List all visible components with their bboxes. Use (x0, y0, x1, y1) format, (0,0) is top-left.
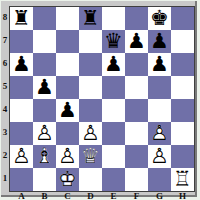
rank-label-2: 2 (1, 144, 9, 167)
board-frame: ♜♜♚♛♟♟♟♟♟♟♟♟♙♟♙♟♙♟♙♝♗♟♙♛♕♟♙♚♔♜♖ 87654321… (1, 1, 197, 197)
piece-black-queen-icon: ♛ (102, 30, 125, 53)
square-f1[interactable] (125, 168, 148, 191)
square-b2[interactable]: ♝♗ (33, 145, 56, 168)
square-f8[interactable] (125, 7, 148, 30)
rank-label-8: 8 (1, 6, 9, 29)
square-c8[interactable] (56, 7, 79, 30)
square-f2[interactable] (125, 145, 148, 168)
file-label-a: A (10, 192, 33, 200)
square-b5[interactable]: ♟ (33, 76, 56, 99)
square-h1[interactable]: ♜♖ (171, 168, 194, 191)
square-e6[interactable]: ♟ (102, 53, 125, 76)
piece-black-pawn-icon: ♟ (56, 99, 79, 122)
square-h6[interactable] (171, 53, 194, 76)
chess-board: ♜♜♚♛♟♟♟♟♟♟♟♟♙♟♙♟♙♟♙♝♗♟♙♛♕♟♙♚♔♜♖ (9, 6, 195, 192)
square-a1[interactable] (10, 168, 33, 191)
piece-white-pawn-fill: ♟ (148, 122, 171, 145)
square-a5[interactable] (10, 76, 33, 99)
square-a8[interactable]: ♜ (10, 7, 33, 30)
rank-label-7: 7 (1, 29, 9, 52)
piece-black-rook-icon: ♜ (10, 7, 33, 30)
square-g5[interactable] (148, 76, 171, 99)
piece-white-pawn-fill: ♟ (10, 145, 33, 168)
piece-white-queen-icon: ♕ (79, 145, 102, 168)
piece-white-pawn-fill: ♟ (79, 122, 102, 145)
piece-white-pawn-icon: ♙ (56, 145, 79, 168)
square-f6[interactable] (125, 53, 148, 76)
square-a6[interactable]: ♟ (10, 53, 33, 76)
piece-black-rook-icon: ♜ (79, 7, 102, 30)
file-label-h: H (171, 192, 194, 200)
square-h4[interactable] (171, 99, 194, 122)
square-g1[interactable] (148, 168, 171, 191)
square-h3[interactable] (171, 122, 194, 145)
square-e1[interactable] (102, 168, 125, 191)
piece-white-king-fill: ♚ (56, 168, 79, 191)
square-a2[interactable]: ♟♙ (10, 145, 33, 168)
rank-label-1: 1 (1, 167, 9, 190)
square-g8[interactable]: ♚ (148, 7, 171, 30)
square-c3[interactable] (56, 122, 79, 145)
file-label-g: G (148, 192, 171, 200)
piece-black-pawn-icon: ♟ (102, 53, 125, 76)
square-h7[interactable] (171, 30, 194, 53)
square-b7[interactable] (33, 30, 56, 53)
square-e7[interactable]: ♛ (102, 30, 125, 53)
square-g2[interactable]: ♟♙ (148, 145, 171, 168)
piece-white-bishop-fill: ♝ (33, 145, 56, 168)
square-c5[interactable] (56, 76, 79, 99)
square-a7[interactable] (10, 30, 33, 53)
square-e5[interactable] (102, 76, 125, 99)
square-c6[interactable] (56, 53, 79, 76)
piece-white-bishop-icon: ♗ (33, 145, 56, 168)
piece-white-pawn-fill: ♟ (148, 145, 171, 168)
square-f4[interactable] (125, 99, 148, 122)
piece-black-pawn-icon: ♟ (33, 76, 56, 99)
square-e3[interactable] (102, 122, 125, 145)
piece-black-pawn-icon: ♟ (148, 53, 171, 76)
piece-black-pawn-icon: ♟ (10, 53, 33, 76)
square-g4[interactable] (148, 99, 171, 122)
file-label-c: C (56, 192, 79, 200)
rank-label-6: 6 (1, 52, 9, 75)
square-c4[interactable]: ♟ (56, 99, 79, 122)
square-h5[interactable] (171, 76, 194, 99)
square-c2[interactable]: ♟♙ (56, 145, 79, 168)
piece-white-king-icon: ♔ (56, 168, 79, 191)
square-e4[interactable] (102, 99, 125, 122)
square-b1[interactable] (33, 168, 56, 191)
piece-white-pawn-fill: ♟ (56, 145, 79, 168)
square-g7[interactable]: ♟ (148, 30, 171, 53)
square-d6[interactable] (79, 53, 102, 76)
square-c7[interactable] (56, 30, 79, 53)
square-d5[interactable] (79, 76, 102, 99)
square-g3[interactable]: ♟♙ (148, 122, 171, 145)
rank-label-4: 4 (1, 98, 9, 121)
file-label-f: F (125, 192, 148, 200)
square-h2[interactable] (171, 145, 194, 168)
rank-label-5: 5 (1, 75, 9, 98)
square-f5[interactable] (125, 76, 148, 99)
piece-white-pawn-icon: ♙ (148, 122, 171, 145)
file-label-d: D (79, 192, 102, 200)
piece-white-pawn-icon: ♙ (10, 145, 33, 168)
piece-black-king-icon: ♚ (148, 7, 171, 30)
piece-white-pawn-fill: ♟ (33, 122, 56, 145)
piece-white-rook-fill: ♜ (171, 168, 194, 191)
square-c1[interactable]: ♚♔ (56, 168, 79, 191)
piece-white-queen-fill: ♛ (79, 145, 102, 168)
square-b4[interactable] (33, 99, 56, 122)
square-e8[interactable] (102, 7, 125, 30)
piece-white-rook-icon: ♖ (171, 168, 194, 191)
square-a4[interactable] (10, 99, 33, 122)
square-d4[interactable] (79, 99, 102, 122)
square-d3[interactable]: ♟♙ (79, 122, 102, 145)
file-label-e: E (102, 192, 125, 200)
square-f3[interactable] (125, 122, 148, 145)
square-d1[interactable] (79, 168, 102, 191)
piece-white-pawn-icon: ♙ (148, 145, 171, 168)
piece-white-pawn-icon: ♙ (33, 122, 56, 145)
square-d8[interactable]: ♜ (79, 7, 102, 30)
square-b6[interactable] (33, 53, 56, 76)
square-a3[interactable] (10, 122, 33, 145)
square-d2[interactable]: ♛♕ (79, 145, 102, 168)
square-g6[interactable]: ♟ (148, 53, 171, 76)
piece-black-pawn-icon: ♟ (125, 30, 148, 53)
piece-white-pawn-icon: ♙ (79, 122, 102, 145)
square-d7[interactable] (79, 30, 102, 53)
square-b3[interactable]: ♟♙ (33, 122, 56, 145)
square-h8[interactable] (171, 7, 194, 30)
square-e2[interactable] (102, 145, 125, 168)
square-b8[interactable] (33, 7, 56, 30)
file-label-b: B (33, 192, 56, 200)
square-f7[interactable]: ♟ (125, 30, 148, 53)
piece-black-pawn-icon: ♟ (148, 30, 171, 53)
rank-label-3: 3 (1, 121, 9, 144)
